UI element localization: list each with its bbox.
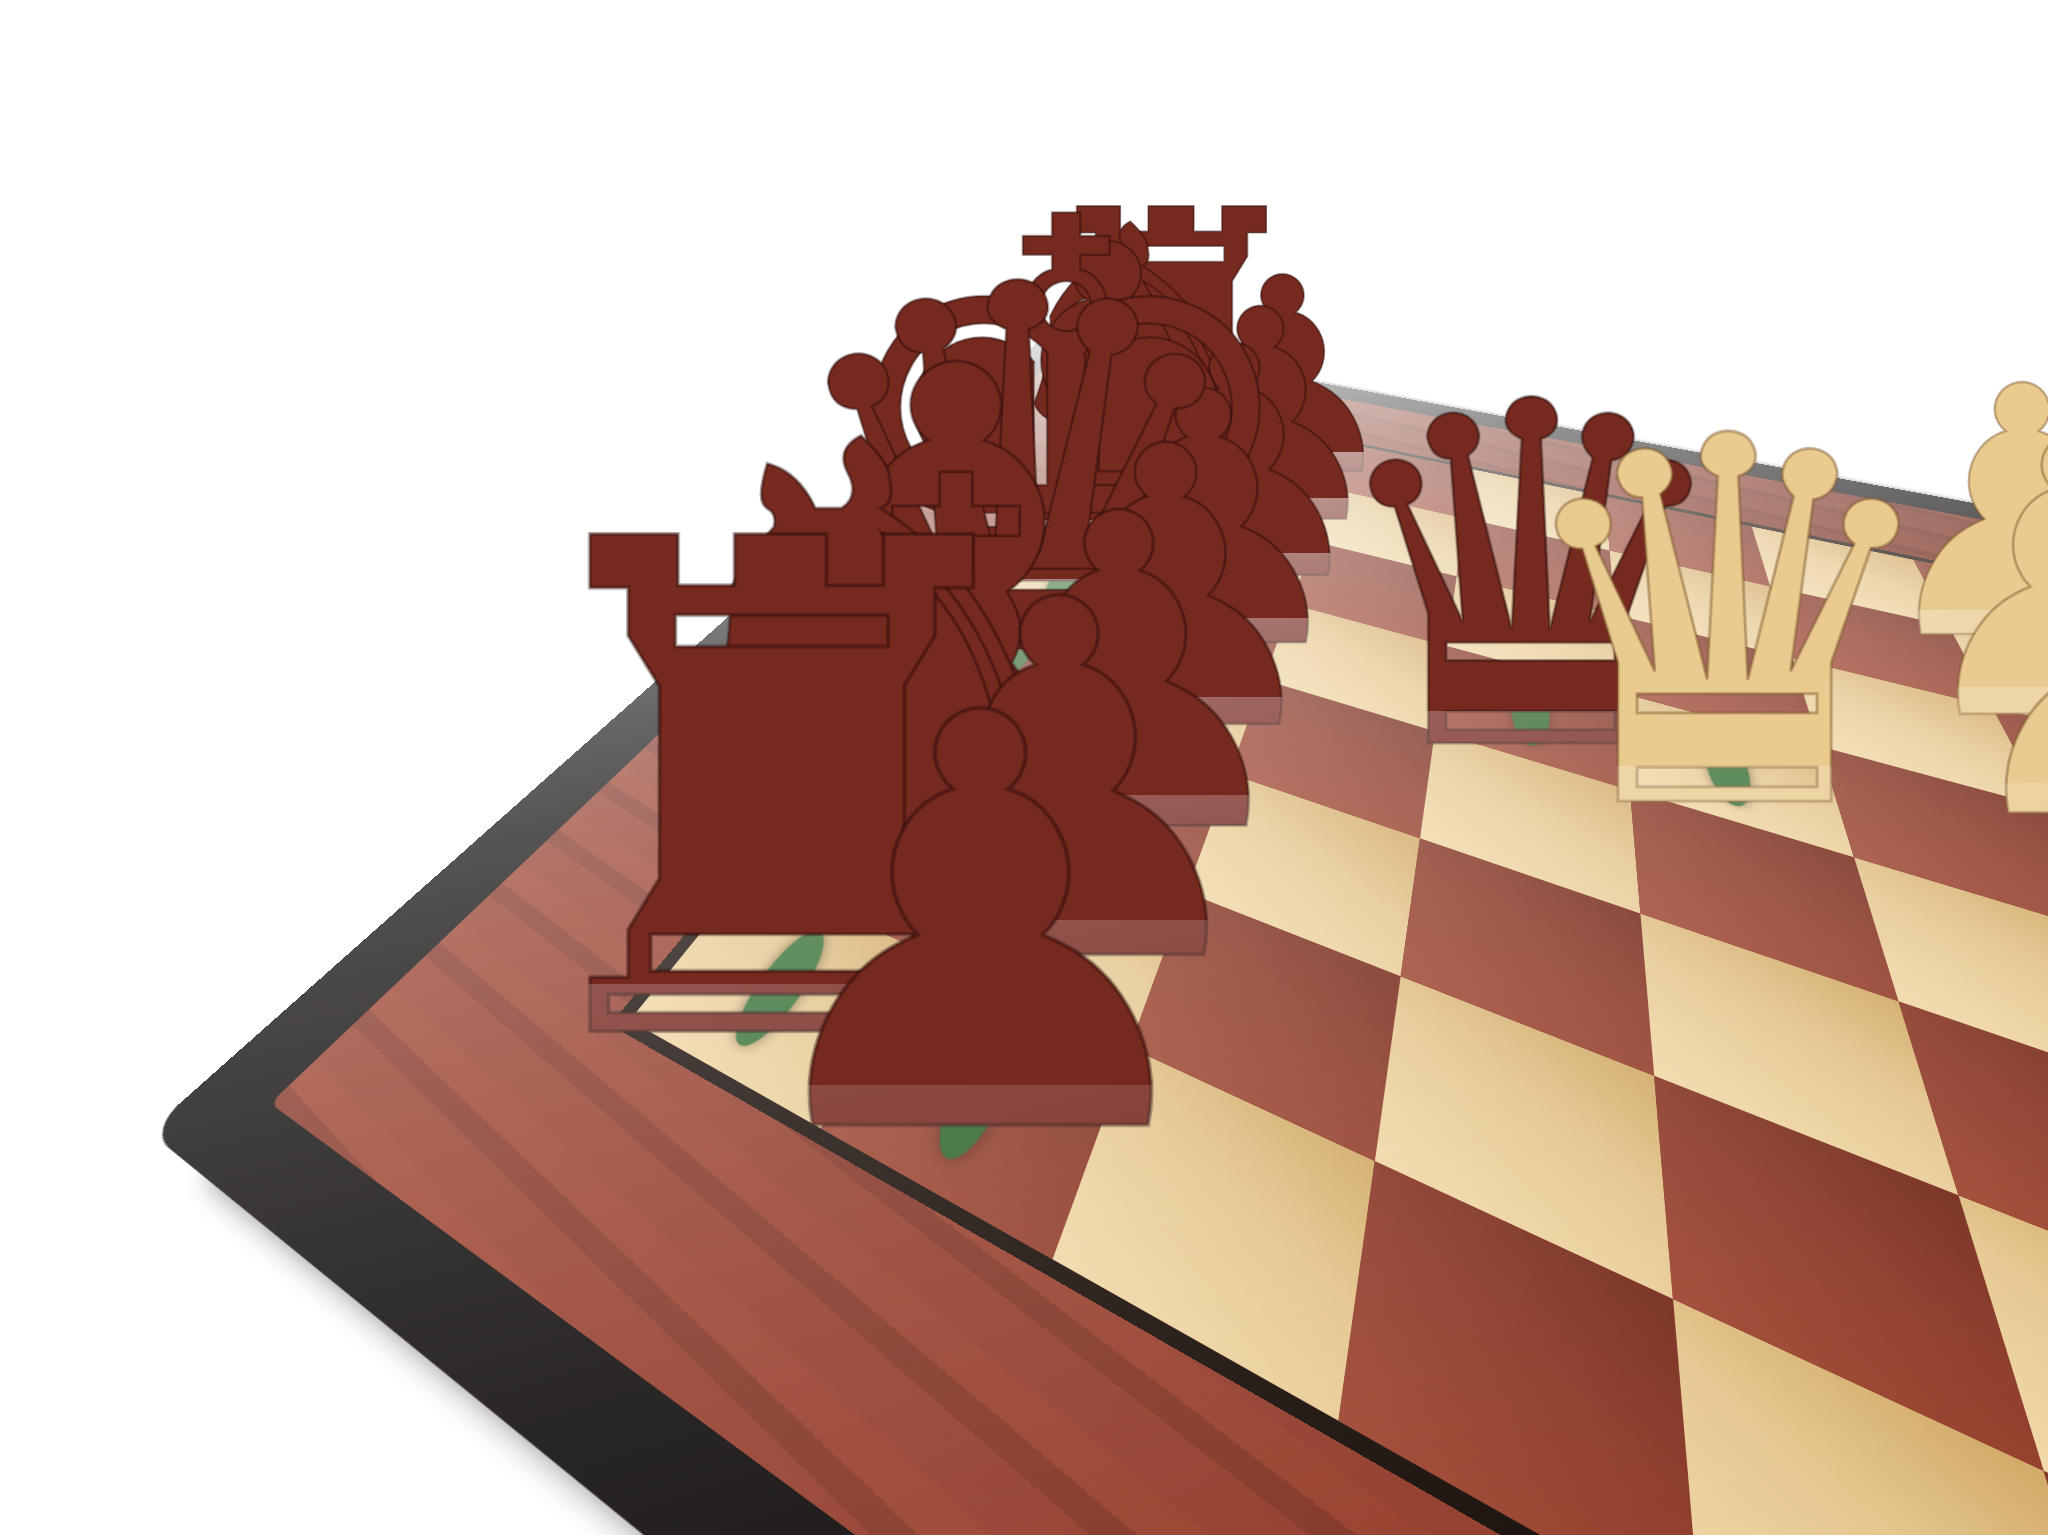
- cream-pawn-icon: ♟: [1885, 1285, 2048, 1535]
- photo-scene: ♜♞♝♛♚♝♞♜♟♟♟♟♟♟♟♟♛♛♟♟♟♟♟♟♟♟♜♞♝♛♚♝♞♜: [0, 0, 2048, 1535]
- board-molding: ♜♞♝♛♚♝♞♜♟♟♟♟♟♟♟♟♛♛♟♟♟♟♟♟♟♟♜♞♝♛♚♝♞♜: [0, 0, 2048, 1131]
